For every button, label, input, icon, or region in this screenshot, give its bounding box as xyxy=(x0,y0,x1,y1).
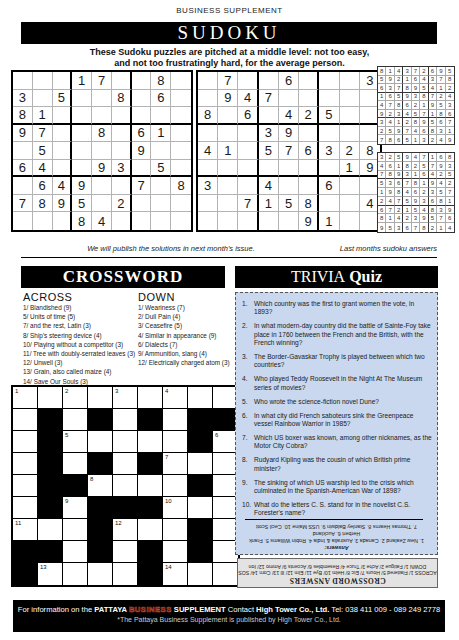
answer2-cell-r7c3: 2 xyxy=(395,206,403,215)
answer2-cell-r5c5: 6 xyxy=(412,188,420,197)
crossword-clue-number-5: 5 xyxy=(65,432,68,438)
footer-contact-line: For information on the PATTAYA BUSINESS … xyxy=(13,605,445,614)
puzzle2-cell-r8c2[interactable] xyxy=(218,195,238,213)
crossword-block-r2c2 xyxy=(38,409,63,431)
trivia-answers-line1: 1. New Zealand 2. Canada 3. Australia & … xyxy=(240,530,433,544)
crossword-block-r2c8 xyxy=(188,409,213,431)
crossword-cell-r9c7[interactable]: 14 xyxy=(163,563,188,585)
crossword-block-r9c6 xyxy=(138,563,163,585)
crossword-block-r4c2 xyxy=(38,453,63,475)
crossword-cell-r8c3[interactable] xyxy=(63,541,88,563)
crossword-clue-number-10: 10 xyxy=(165,498,172,504)
puzzle2-cell-r7c8[interactable] xyxy=(340,177,360,195)
puzzle1-cell-r2c7[interactable] xyxy=(132,90,152,108)
puzzle1-cell-r8c6: 2 xyxy=(112,195,132,213)
puzzle2-cell-r5c3[interactable] xyxy=(238,142,258,160)
puzzle1-cell-r3c3[interactable] xyxy=(53,107,73,125)
puzzle1-cell-r4c5: 8 xyxy=(92,125,112,143)
answer1-cell-r4c1: 1 xyxy=(378,93,386,102)
puzzle2-cell-r5c2: 1 xyxy=(218,142,238,160)
puzzle1-cell-r9c6[interactable] xyxy=(112,212,132,230)
trivia-question-4: 4.Who played Teddy Roosevelt in the Nigh… xyxy=(242,375,432,392)
sudoku-subtitle: These Sudoku puzzles are pitched at a mi… xyxy=(0,47,459,68)
trivia-question-10: 10.What do the letters C. S. stand for i… xyxy=(242,501,432,518)
answer1-cell-r1c9: 5 xyxy=(446,67,454,76)
crossword-cell-r7c2[interactable] xyxy=(38,519,63,541)
crossword-answers-title: CROSSWORD ANSWERS xyxy=(238,576,437,583)
puzzle1-cell-r7c8[interactable] xyxy=(151,177,171,195)
puzzle2-cell-r2c8[interactable] xyxy=(340,90,360,108)
answer1-cell-r9c1: 7 xyxy=(378,135,386,144)
answer2-cell-r3c9: 5 xyxy=(446,171,454,180)
answer1-cell-r3c8: 1 xyxy=(437,84,445,93)
puzzle1-cell-r6c2: 4 xyxy=(33,160,53,178)
answer1-cell-r8c6: 6 xyxy=(420,127,428,136)
answer1-cell-r2c9: 8 xyxy=(446,76,454,85)
puzzle2-cell-r7c6[interactable] xyxy=(299,177,319,195)
answer2-cell-r2c9: 3 xyxy=(446,162,454,171)
crossword-cell-r1c2[interactable] xyxy=(38,387,63,409)
puzzle2-cell-r3c8[interactable] xyxy=(340,107,360,125)
puzzle2-cell-r4c7[interactable] xyxy=(319,125,339,143)
answer1-cell-r6c5: 5 xyxy=(412,110,420,119)
answer1-cell-r1c7: 6 xyxy=(429,67,437,76)
answer1-cell-r2c5: 6 xyxy=(412,76,420,85)
puzzle2-cell-r2c7[interactable] xyxy=(319,90,339,108)
answer1-cell-r6c4: 4 xyxy=(403,110,411,119)
crossword-cell-r3c6[interactable] xyxy=(138,431,163,453)
answer1-cell-r9c3: 6 xyxy=(395,135,403,144)
answer2-cell-r6c4: 5 xyxy=(403,197,411,206)
puzzle1-cell-r8c3: 9 xyxy=(53,195,73,213)
answer1-cell-r8c2: 5 xyxy=(386,127,394,136)
crossword-answers-box: CROSSWORD ANSWERS ACROSS 1/ Flattered 5/… xyxy=(237,558,438,588)
puzzle2-cell-r6c6[interactable] xyxy=(299,160,319,178)
answer1-cell-r7c7: 5 xyxy=(429,118,437,127)
puzzle2-cell-r8c5: 5 xyxy=(279,195,299,213)
puzzle1-cell-r6c9[interactable] xyxy=(171,160,191,178)
crossword-answers-across: ACROSS 1/ Flattered 5/ Hours 7/ Etc 8/ H… xyxy=(238,570,437,577)
puzzle1-cell-r5c6[interactable] xyxy=(112,142,132,160)
puzzle1-cell-r4c4[interactable] xyxy=(72,125,92,143)
puzzle1-cell-r8c4: 5 xyxy=(72,195,92,213)
trivia-answers-upside-down: Answers: 1. New Zealand 2. Canada 3. Aus… xyxy=(240,523,433,551)
puzzle2-cell-r4c5: 9 xyxy=(279,125,299,143)
puzzle2-cell-r6c5[interactable] xyxy=(279,160,299,178)
puzzle1-cell-r4c1: 9 xyxy=(13,125,33,143)
puzzle2-cell-r3c7: 5 xyxy=(319,107,339,125)
puzzle2-cell-r8c7[interactable] xyxy=(319,195,339,213)
answer2-cell-r6c1: 2 xyxy=(378,197,386,206)
crossword-cell-r5c6[interactable] xyxy=(138,475,163,497)
puzzle1-cell-r5c3[interactable] xyxy=(53,142,73,160)
trivia-question-number-7: 7. xyxy=(242,434,254,451)
across-clue-6: 11/ Tree with doubly-serrated leaves (3) xyxy=(23,349,135,358)
puzzle2-cell-r2c2: 9 xyxy=(218,90,238,108)
trivia-answers-divider xyxy=(245,519,423,520)
answer2-cell-r5c1: 1 xyxy=(378,188,386,197)
down-clue-4: 4/ Similar in appearance (9) xyxy=(138,331,230,340)
answer1-cell-r2c8: 7 xyxy=(437,76,445,85)
puzzle1-cell-r1c1[interactable] xyxy=(13,72,33,90)
puzzle1-cell-r1c6[interactable] xyxy=(112,72,132,90)
trivia-question-5: 5.Who wrote the science-fiction novel Du… xyxy=(242,398,432,406)
down-clue-2: 2/ Dull Pain (4) xyxy=(138,312,230,321)
puzzle1-cell-r5c2: 5 xyxy=(33,142,53,160)
footer-company: High Tower Co., Ltd. xyxy=(256,605,329,614)
answer1-cell-r3c5: 9 xyxy=(412,84,420,93)
puzzle1-cell-r1c5: 7 xyxy=(92,72,112,90)
puzzle1-cell-r3c5[interactable] xyxy=(92,107,112,125)
answer1-cell-r2c1: 5 xyxy=(378,76,386,85)
sudoku-subtitle-line1: These Sudoku puzzles are pitched at a mi… xyxy=(0,47,459,58)
crossword-cell-r6c1[interactable] xyxy=(13,497,38,519)
puzzle1-cell-r7c6[interactable] xyxy=(112,177,132,195)
puzzle2-cell-r9c8[interactable] xyxy=(340,212,360,230)
crossword-block-r3c2 xyxy=(38,431,63,453)
puzzle2-cell-r4c6[interactable] xyxy=(299,125,319,143)
trivia-title: TRIVIA xyxy=(291,268,345,286)
crossword-cell-r3c4[interactable] xyxy=(88,431,113,453)
puzzle2-cell-r9c2[interactable] xyxy=(218,212,238,230)
trivia-question-number-4: 4. xyxy=(242,375,254,392)
answer2-cell-r9c8: 1 xyxy=(437,223,445,232)
answer2-cell-r3c4: 3 xyxy=(403,171,411,180)
puzzle1-cell-r8c9[interactable] xyxy=(171,195,191,213)
answer2-cell-r4c1: 5 xyxy=(378,179,386,188)
sudoku-last-month-answer-1-grid: 8143726955921643786378954121659387244786… xyxy=(377,66,455,145)
trivia-question-text-2: In what modern-day country did the battl… xyxy=(254,322,432,347)
crossword-cell-r6c8[interactable] xyxy=(188,497,213,519)
puzzle1-cell-r9c8[interactable] xyxy=(151,212,171,230)
puzzle1-cell-r1c8: 8 xyxy=(151,72,171,90)
puzzle1-cell-r6c1: 6 xyxy=(13,160,33,178)
puzzle1-cell-r6c4[interactable] xyxy=(72,160,92,178)
answer2-cell-r2c6: 5 xyxy=(420,162,428,171)
trivia-question-number-3: 3. xyxy=(242,353,254,370)
crossword-cell-r1c5[interactable]: 3 xyxy=(113,387,138,409)
sudoku-last-month-answer-2-grid: 3259471684618257937893164255367819421984… xyxy=(377,152,455,233)
crossword-cell-r2c7[interactable] xyxy=(163,409,188,431)
answer2-cell-r6c7: 6 xyxy=(429,197,437,206)
puzzle1-cell-r3c8[interactable] xyxy=(151,107,171,125)
crossword-cell-r4c8[interactable] xyxy=(188,453,213,475)
puzzle2-cell-r8c8[interactable] xyxy=(340,195,360,213)
puzzle1-cell-r1c9[interactable] xyxy=(171,72,191,90)
crossword-cell-r8c5[interactable] xyxy=(113,541,138,563)
puzzle1-cell-r8c7[interactable] xyxy=(132,195,152,213)
crossword-cell-r4c7[interactable]: 7 xyxy=(163,453,188,475)
puzzle2-cell-r3c1: 8 xyxy=(198,107,218,125)
answer2-cell-r7c5: 5 xyxy=(412,206,420,215)
puzzle1-cell-r4c9[interactable] xyxy=(171,125,191,143)
puzzle2-cell-r8c3: 7 xyxy=(238,195,258,213)
answer2-cell-r1c6: 7 xyxy=(420,153,428,162)
crossword-block-r8c8 xyxy=(188,541,213,563)
puzzle1-cell-r7c1[interactable] xyxy=(13,177,33,195)
across-clue-2: 5/ Units of time (5) xyxy=(23,312,135,321)
answer2-cell-r8c5: 3 xyxy=(412,214,420,223)
crossword-cell-r1c1[interactable]: 1 xyxy=(13,387,38,409)
sudoku-header-bar: SUDOKU xyxy=(21,22,437,44)
crossword-cell-r9c5[interactable] xyxy=(113,563,138,585)
trivia-question-number-10: 10. xyxy=(242,501,254,518)
puzzle1-cell-r3c6[interactable] xyxy=(112,107,132,125)
crossword-cell-r3c7[interactable] xyxy=(163,431,188,453)
puzzle2-cell-r3c4[interactable] xyxy=(259,107,279,125)
answer2-cell-r9c7: 2 xyxy=(429,223,437,232)
puzzle2-cell-r3c2[interactable] xyxy=(218,107,238,125)
crossword-block-r6c5 xyxy=(113,497,138,519)
puzzle1-cell-r9c2[interactable] xyxy=(33,212,53,230)
crossword-cell-r5c1[interactable] xyxy=(13,475,38,497)
answer1-cell-r1c2: 1 xyxy=(386,67,394,76)
crossword-cell-r5c7[interactable] xyxy=(163,475,188,497)
puzzle2-cell-r9c3[interactable] xyxy=(238,212,258,230)
crossword-cell-r3c3[interactable]: 5 xyxy=(63,431,88,453)
answer1-cell-r2c3: 2 xyxy=(395,76,403,85)
answer2-cell-r9c2: 5 xyxy=(386,223,394,232)
puzzle2-cell-r9c1[interactable] xyxy=(198,212,218,230)
trivia-box: 1.Which country was the first to grant w… xyxy=(235,292,438,555)
crossword-cell-r9c4[interactable] xyxy=(88,563,113,585)
answer1-cell-r9c9: 9 xyxy=(446,135,454,144)
puzzle1-cell-r3c4[interactable] xyxy=(72,107,92,125)
answer2-cell-r7c1: 6 xyxy=(378,206,386,215)
crossword-block-r6c4 xyxy=(88,497,113,519)
answer1-cell-r5c7: 9 xyxy=(429,101,437,110)
puzzle2-cell-r2c5[interactable] xyxy=(279,90,299,108)
answer1-cell-r6c6: 7 xyxy=(420,110,428,119)
puzzle2-cell-r1c4[interactable] xyxy=(259,72,279,90)
puzzle1-cell-r4c3[interactable] xyxy=(53,125,73,143)
answer2-cell-r4c2: 3 xyxy=(386,179,394,188)
puzzle2-cell-r4c4: 3 xyxy=(259,125,279,143)
puzzle1-cell-r4c6[interactable] xyxy=(112,125,132,143)
footer-brand-supplement: SUPPLEMENT xyxy=(172,605,226,614)
puzzle2-cell-r7c7: 6 xyxy=(319,177,339,195)
trivia-answers-label: Answers: xyxy=(240,544,433,551)
puzzle2-cell-r4c8[interactable] xyxy=(340,125,360,143)
puzzle2-cell-r2c1[interactable] xyxy=(198,90,218,108)
puzzle1-cell-r5c9[interactable] xyxy=(171,142,191,160)
puzzle2-cell-r7c5[interactable] xyxy=(279,177,299,195)
answer1-cell-r3c9: 2 xyxy=(446,84,454,93)
puzzle1-cell-r9c1[interactable] xyxy=(13,212,33,230)
puzzle1-cell-r8c8[interactable] xyxy=(151,195,171,213)
puzzle2-cell-r6c7[interactable] xyxy=(319,160,339,178)
answer1-cell-r5c5: 2 xyxy=(412,101,420,110)
answer2-cell-r9c3: 3 xyxy=(395,223,403,232)
puzzle2-cell-r8c1[interactable] xyxy=(198,195,218,213)
puzzle1-cell-r5c1[interactable] xyxy=(13,142,33,160)
puzzle1-cell-r5c4[interactable] xyxy=(72,142,92,160)
trivia-question-text-3: The Border-Gavaskar Trophy is played bet… xyxy=(254,353,432,370)
answer1-cell-r4c8: 2 xyxy=(437,93,445,102)
puzzle2-cell-r9c4[interactable] xyxy=(259,212,279,230)
puzzle2-cell-r1c3[interactable] xyxy=(238,72,258,90)
answer2-cell-r6c2: 4 xyxy=(386,197,394,206)
answer1-cell-r8c9: 1 xyxy=(446,127,454,136)
crossword-cell-r6c7[interactable]: 10 xyxy=(163,497,188,519)
puzzle2-cell-r6c2[interactable] xyxy=(218,160,238,178)
puzzle2-cell-r1c8[interactable] xyxy=(340,72,360,90)
answer1-cell-r4c6: 8 xyxy=(420,93,428,102)
answer1-cell-r3c4: 8 xyxy=(403,84,411,93)
puzzle2-cell-r7c3[interactable] xyxy=(238,177,258,195)
puzzle1-cell-r1c7[interactable] xyxy=(132,72,152,90)
answer1-cell-r5c3: 8 xyxy=(395,101,403,110)
puzzle2-cell-r2c6[interactable] xyxy=(299,90,319,108)
footer-contact-prefix: Contact xyxy=(226,605,256,614)
crossword-cell-r1c3[interactable]: 2 xyxy=(63,387,88,409)
answer2-cell-r2c5: 2 xyxy=(412,162,420,171)
crossword-cell-r9c2[interactable]: 13 xyxy=(38,563,63,585)
answer2-cell-r6c5: 9 xyxy=(412,197,420,206)
answer1-cell-r2c4: 1 xyxy=(403,76,411,85)
puzzle1-cell-r8c5[interactable] xyxy=(92,195,112,213)
puzzle2-cell-r6c1[interactable] xyxy=(198,160,218,178)
crossword-block-r6c2 xyxy=(38,497,63,519)
crossword-cell-r7c1[interactable]: 11 xyxy=(13,519,38,541)
last-month-answers-caption: Last months sudoku answers xyxy=(340,244,437,253)
crossword-cell-r4c1[interactable] xyxy=(13,453,38,475)
puzzle1-cell-r5c8[interactable] xyxy=(151,142,171,160)
puzzle1-cell-r2c4[interactable] xyxy=(72,90,92,108)
answer2-cell-r3c1: 7 xyxy=(378,171,386,180)
answer1-cell-r9c7: 2 xyxy=(429,135,437,144)
crossword-cell-r8c7[interactable] xyxy=(163,541,188,563)
answer1-cell-r3c6: 5 xyxy=(420,84,428,93)
crossword-cell-r9c9[interactable] xyxy=(213,563,238,585)
crossword-cell-r9c3[interactable] xyxy=(63,563,88,585)
answer1-cell-r7c5: 8 xyxy=(412,118,420,127)
answer2-cell-r9c4: 6 xyxy=(403,223,411,232)
answer1-cell-r2c7: 3 xyxy=(429,76,437,85)
puzzle1-cell-r1c2[interactable] xyxy=(33,72,53,90)
puzzle1-cell-r2c5[interactable] xyxy=(92,90,112,108)
puzzle1-cell-r1c3[interactable] xyxy=(53,72,73,90)
answer2-cell-r1c8: 6 xyxy=(437,153,445,162)
puzzle2-cell-r9c5[interactable] xyxy=(279,212,299,230)
puzzle2-cell-r4c3[interactable] xyxy=(238,125,258,143)
crossword-cell-r1c4[interactable] xyxy=(88,387,113,409)
answer1-cell-r4c5: 3 xyxy=(412,93,420,102)
answer2-cell-r5c8: 5 xyxy=(437,188,445,197)
trivia-question-number-6: 6. xyxy=(242,412,254,429)
crossword-clue-number-11: 11 xyxy=(15,520,21,526)
puzzle2-cell-r4c2[interactable] xyxy=(218,125,238,143)
crossword-cell-r2c5[interactable] xyxy=(113,409,138,431)
crossword-cell-r7c3[interactable] xyxy=(63,519,88,541)
answer2-cell-r8c6: 9 xyxy=(420,214,428,223)
answer1-cell-r7c1: 3 xyxy=(378,118,386,127)
crossword-cell-r5c4[interactable]: 8 xyxy=(88,475,113,497)
answer1-cell-r3c7: 4 xyxy=(429,84,437,93)
across-clue-1: 1/ Blandished (9) xyxy=(23,303,135,312)
trivia-question-text-7: Which US boxer was known, among other ni… xyxy=(254,434,432,451)
crossword-block-r8c4 xyxy=(88,541,113,563)
trivia-question-9: 9.The sinking of which US warship led to… xyxy=(242,479,432,496)
puzzle2-cell-r7c2[interactable] xyxy=(218,177,238,195)
crossword-cell-r3c1[interactable] xyxy=(13,431,38,453)
puzzle1-cell-r6c3[interactable] xyxy=(53,160,73,178)
puzzle2-cell-r4c1[interactable] xyxy=(198,125,218,143)
puzzle1-cell-r6c7[interactable] xyxy=(132,160,152,178)
puzzle1-cell-r7c5[interactable] xyxy=(92,177,112,195)
trivia-question-text-9: The sinking of which US warship led to t… xyxy=(254,479,432,496)
crossword-grid: 1234567891011121314 xyxy=(11,385,240,587)
puzzle2-cell-r1c1[interactable] xyxy=(198,72,218,90)
crossword-cell-r4c5[interactable] xyxy=(113,453,138,475)
puzzle2-cell-r6c4[interactable] xyxy=(259,160,279,178)
crossword-cell-r7c6[interactable] xyxy=(138,519,163,541)
crossword-block-r4c6 xyxy=(138,453,163,475)
answer2-cell-r9c6: 8 xyxy=(420,223,428,232)
answer1-cell-r5c4: 6 xyxy=(403,101,411,110)
puzzle1-cell-r2c2[interactable] xyxy=(33,90,53,108)
answer1-cell-r2c6: 4 xyxy=(420,76,428,85)
puzzle2-cell-r2c3: 4 xyxy=(238,90,258,108)
answer1-cell-r1c3: 4 xyxy=(395,67,403,76)
trivia-question-text-8: Rudyard Kipling was the cousin of which … xyxy=(254,456,432,473)
crossword-block-r7c8 xyxy=(188,519,213,541)
crossword-cell-r1c8[interactable] xyxy=(188,387,213,409)
crossword-cell-r2c1[interactable] xyxy=(13,409,38,431)
crossword-cell-r6c3[interactable]: 9 xyxy=(63,497,88,519)
puzzle1-cell-r2c9[interactable] xyxy=(171,90,191,108)
crossword-cell-r3c5[interactable] xyxy=(113,431,138,453)
crossword-cell-r1c7[interactable]: 4 xyxy=(163,387,188,409)
crossword-cell-r5c5[interactable] xyxy=(113,475,138,497)
trivia-header-bar: TRIVIA Quiz xyxy=(235,266,438,288)
crossword-clue-number-9: 9 xyxy=(65,498,68,504)
crossword-cell-r4c3[interactable] xyxy=(63,453,88,475)
crossword-cell-r7c5[interactable]: 12 xyxy=(113,519,138,541)
puzzle2-cell-r6c8: 1 xyxy=(340,160,360,178)
puzzle2-cell-r3c5: 4 xyxy=(279,107,299,125)
puzzle1-cell-r3c9[interactable] xyxy=(171,107,191,125)
answer2-cell-r9c1: 9 xyxy=(378,223,386,232)
puzzle1-cell-r2c3: 5 xyxy=(53,90,73,108)
puzzle1-cell-r3c7[interactable] xyxy=(132,107,152,125)
puzzle2-cell-r1c7[interactable] xyxy=(319,72,339,90)
crossword-cell-r1c6[interactable] xyxy=(138,387,163,409)
puzzle1-cell-r2c6: 8 xyxy=(112,90,132,108)
puzzle2-cell-r1c6[interactable] xyxy=(299,72,319,90)
puzzle1-cell-r5c5[interactable] xyxy=(92,142,112,160)
answer2-cell-r4c3: 6 xyxy=(395,179,403,188)
answer2-cell-r4c6: 1 xyxy=(420,179,428,188)
puzzle1-cell-r9c7[interactable] xyxy=(132,212,152,230)
crossword-cell-r9c8[interactable] xyxy=(188,563,213,585)
puzzle1-cell-r9c9[interactable] xyxy=(171,212,191,230)
crossword-header-bar: CROSSWORD xyxy=(21,266,225,288)
footer-publisher-line: *The Pattaya Business Supplement is publ… xyxy=(13,616,445,623)
answer1-cell-r9c6: 3 xyxy=(420,135,428,144)
crossword-block-r5c3 xyxy=(63,475,88,497)
down-label: DOWN xyxy=(138,291,175,303)
answer2-cell-r5c9: 7 xyxy=(446,188,454,197)
answer1-cell-r5c9: 3 xyxy=(446,101,454,110)
puzzle1-cell-r6c8: 5 xyxy=(151,160,171,178)
crossword-cell-r2c3[interactable] xyxy=(63,409,88,431)
trivia-question-8: 8.Rudyard Kipling was the cousin of whic… xyxy=(242,456,432,473)
answer2-cell-r7c8: 3 xyxy=(437,206,445,215)
puzzle2-cell-r6c3[interactable] xyxy=(238,160,258,178)
crossword-cell-r7c7[interactable] xyxy=(163,519,188,541)
puzzle1-cell-r9c3[interactable] xyxy=(53,212,73,230)
